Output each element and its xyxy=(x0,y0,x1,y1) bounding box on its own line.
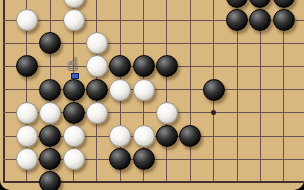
board-vertical-line xyxy=(166,0,167,183)
white-stone-G3 xyxy=(133,125,155,147)
white-stone-H4 xyxy=(156,102,178,124)
black-stone-C1 xyxy=(39,171,61,190)
white-stone-E7 xyxy=(86,32,108,54)
black-stone-M8 xyxy=(249,9,271,31)
white-stone-D9 xyxy=(63,0,85,8)
white-stone-D3 xyxy=(63,125,85,147)
white-stone-E6 xyxy=(86,55,108,77)
board-left-edge-line xyxy=(3,0,5,183)
white-stone-F3 xyxy=(109,125,131,147)
black-stone-G6 xyxy=(133,55,155,77)
star-point-K4 xyxy=(211,110,216,115)
black-stone-F6 xyxy=(109,55,131,77)
black-stone-H6 xyxy=(156,55,178,77)
black-stone-N8 xyxy=(273,9,295,31)
black-stone-K5 xyxy=(203,79,225,101)
board-vertical-line xyxy=(190,0,191,183)
white-stone-F5 xyxy=(109,79,131,101)
black-stone-H3 xyxy=(156,125,178,147)
black-stone-M9 xyxy=(249,0,271,8)
white-stone-C4 xyxy=(39,102,61,124)
white-stone-B4 xyxy=(16,102,38,124)
black-stone-E5 xyxy=(86,79,108,101)
white-stone-B2 xyxy=(16,148,38,170)
black-stone-L9 xyxy=(226,0,248,8)
black-stone-D4 xyxy=(63,102,85,124)
white-stone-B3 xyxy=(16,125,38,147)
white-stone-D8 xyxy=(63,9,85,31)
black-stone-C2 xyxy=(39,148,61,170)
screenshot-stage: ☝ xyxy=(0,0,304,190)
black-stone-F2 xyxy=(109,148,131,170)
black-stone-B6 xyxy=(16,55,38,77)
black-stone-N9 xyxy=(273,0,295,8)
black-stone-C5 xyxy=(39,79,61,101)
black-stone-L8 xyxy=(226,9,248,31)
black-stone-C3 xyxy=(39,125,61,147)
white-stone-B8 xyxy=(16,9,38,31)
black-stone-D5 xyxy=(63,79,85,101)
white-stone-G5 xyxy=(133,79,155,101)
go-board[interactable]: ☝ xyxy=(0,0,304,190)
white-stone-D2 xyxy=(63,148,85,170)
black-stone-C7 xyxy=(39,32,61,54)
black-stone-G2 xyxy=(133,148,155,170)
black-stone-J3 xyxy=(179,125,201,147)
white-stone-E4 xyxy=(86,102,108,124)
